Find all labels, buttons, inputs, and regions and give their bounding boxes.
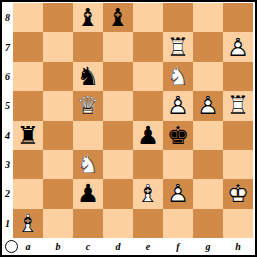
piece-white-bishop[interactable]: ♝♗	[133, 179, 163, 208]
square-c5[interactable]: ♛♕	[73, 91, 103, 120]
square-a5[interactable]	[13, 91, 43, 120]
piece-outline-layer: ♖	[163, 32, 193, 61]
piece-white-knight[interactable]: ♞♘	[163, 62, 193, 91]
file-labels: abcdefgh	[13, 238, 253, 255]
square-d3[interactable]	[103, 150, 133, 179]
square-d5[interactable]	[103, 91, 133, 120]
square-h1[interactable]	[223, 209, 253, 238]
square-b5[interactable]	[43, 91, 73, 120]
piece-outline-layer: ♘	[73, 150, 103, 179]
piece-white-pawn[interactable]: ♟♙	[163, 91, 193, 120]
square-c4[interactable]	[73, 121, 103, 150]
piece-black-rook[interactable]: ♜	[13, 121, 43, 150]
piece-white-pawn[interactable]: ♟♙	[223, 32, 253, 61]
rank-label-7: 7	[2, 32, 13, 61]
piece-white-rook[interactable]: ♜♖	[163, 32, 193, 61]
file-label-c: c	[73, 238, 103, 255]
piece-outline-layer: ♙	[193, 91, 223, 120]
square-f6[interactable]: ♞♘	[163, 62, 193, 91]
square-d2[interactable]	[103, 179, 133, 208]
square-c2[interactable]: ♟	[73, 179, 103, 208]
square-b8[interactable]	[43, 3, 73, 32]
file-label-h: h	[223, 238, 253, 255]
square-f3[interactable]	[163, 150, 193, 179]
square-a4[interactable]: ♜	[13, 121, 43, 150]
square-g4[interactable]	[193, 121, 223, 150]
square-h6[interactable]	[223, 62, 253, 91]
square-c6[interactable]: ♞	[73, 62, 103, 91]
square-c1[interactable]	[73, 209, 103, 238]
piece-black-king[interactable]: ♚	[163, 121, 193, 150]
square-e6[interactable]	[133, 62, 163, 91]
piece-outline-layer: ♙	[223, 32, 253, 61]
piece-black-bishop[interactable]: ♝	[73, 3, 103, 32]
square-g1[interactable]	[193, 209, 223, 238]
square-f8[interactable]	[163, 3, 193, 32]
file-label-a: a	[13, 238, 43, 255]
square-e4[interactable]: ♟	[133, 121, 163, 150]
square-d6[interactable]	[103, 62, 133, 91]
square-d1[interactable]	[103, 209, 133, 238]
rank-label-6: 6	[2, 62, 13, 91]
piece-white-king[interactable]: ♚♔	[223, 179, 253, 208]
square-g8[interactable]	[193, 3, 223, 32]
rank-label-4: 4	[2, 121, 13, 150]
square-f5[interactable]: ♟♙	[163, 91, 193, 120]
square-a6[interactable]	[13, 62, 43, 91]
square-g3[interactable]	[193, 150, 223, 179]
square-e1[interactable]	[133, 209, 163, 238]
square-a3[interactable]	[13, 150, 43, 179]
piece-black-bishop[interactable]: ♝	[103, 3, 133, 32]
square-g5[interactable]: ♟♙	[193, 91, 223, 120]
bottom-strip: abcdefgh	[2, 238, 255, 255]
piece-white-knight[interactable]: ♞♘	[73, 150, 103, 179]
square-e5[interactable]	[133, 91, 163, 120]
piece-black-pawn[interactable]: ♟	[73, 179, 103, 208]
square-e3[interactable]	[133, 150, 163, 179]
square-h3[interactable]	[223, 150, 253, 179]
rank-label-2: 2	[2, 179, 13, 208]
piece-white-rook[interactable]: ♜♖	[223, 91, 253, 120]
square-g2[interactable]	[193, 179, 223, 208]
square-b1[interactable]	[43, 209, 73, 238]
piece-outline-layer: ♙	[163, 91, 193, 120]
piece-outline-layer: ♕	[73, 91, 103, 120]
square-b3[interactable]	[43, 150, 73, 179]
square-f7[interactable]: ♜♖	[163, 32, 193, 61]
file-label-d: d	[103, 238, 133, 255]
chess-diagram: 87654321 ♝♝♜♖♟♙♞♞♘♛♕♟♙♟♙♜♖♜♟♚♞♘♟♝♗♟♙♚♔♝♗…	[0, 0, 257, 257]
rank-label-8: 8	[2, 3, 13, 32]
square-b6[interactable]	[43, 62, 73, 91]
square-h8[interactable]	[223, 3, 253, 32]
square-e2[interactable]: ♝♗	[133, 179, 163, 208]
piece-white-queen[interactable]: ♛♕	[73, 91, 103, 120]
square-h7[interactable]: ♟♙	[223, 32, 253, 61]
square-a8[interactable]	[13, 3, 43, 32]
square-c7[interactable]	[73, 32, 103, 61]
piece-outline-layer: ♘	[163, 62, 193, 91]
square-c3[interactable]: ♞♘	[73, 150, 103, 179]
square-d8[interactable]: ♝	[103, 3, 133, 32]
file-label-b: b	[43, 238, 73, 255]
square-b4[interactable]	[43, 121, 73, 150]
piece-black-knight[interactable]: ♞	[73, 62, 103, 91]
rank-labels: 87654321	[2, 3, 13, 238]
file-label-f: f	[163, 238, 193, 255]
chess-board: ♝♝♜♖♟♙♞♞♘♛♕♟♙♟♙♜♖♜♟♚♞♘♟♝♗♟♙♚♔♝♗	[13, 3, 253, 238]
square-f4[interactable]: ♚	[163, 121, 193, 150]
square-d4[interactable]	[103, 121, 133, 150]
square-a2[interactable]	[13, 179, 43, 208]
square-f1[interactable]	[163, 209, 193, 238]
square-e8[interactable]	[133, 3, 163, 32]
square-c8[interactable]: ♝	[73, 3, 103, 32]
piece-outline-layer: ♙	[163, 179, 193, 208]
rank-label-5: 5	[2, 91, 13, 120]
piece-white-pawn[interactable]: ♟♙	[193, 91, 223, 120]
square-g6[interactable]	[193, 62, 223, 91]
square-g7[interactable]	[193, 32, 223, 61]
piece-outline-layer: ♔	[223, 179, 253, 208]
piece-white-bishop[interactable]: ♝♗	[13, 209, 43, 238]
square-d7[interactable]	[103, 32, 133, 61]
square-e7[interactable]	[133, 32, 163, 61]
square-a1[interactable]: ♝♗	[13, 209, 43, 238]
piece-black-pawn[interactable]: ♟	[133, 121, 163, 150]
square-h4[interactable]	[223, 121, 253, 150]
square-b2[interactable]	[43, 179, 73, 208]
square-h2[interactable]: ♚♔	[223, 179, 253, 208]
square-h5[interactable]: ♜♖	[223, 91, 253, 120]
piece-outline-layer: ♖	[223, 91, 253, 120]
piece-outline-layer: ♗	[133, 179, 163, 208]
file-label-g: g	[193, 238, 223, 255]
square-a7[interactable]	[13, 32, 43, 61]
file-label-e: e	[133, 238, 163, 255]
rank-label-1: 1	[2, 209, 13, 238]
piece-outline-layer: ♗	[13, 209, 43, 238]
rank-label-3: 3	[2, 150, 13, 179]
square-f2[interactable]: ♟♙	[163, 179, 193, 208]
piece-white-pawn[interactable]: ♟♙	[163, 179, 193, 208]
square-b7[interactable]	[43, 32, 73, 61]
